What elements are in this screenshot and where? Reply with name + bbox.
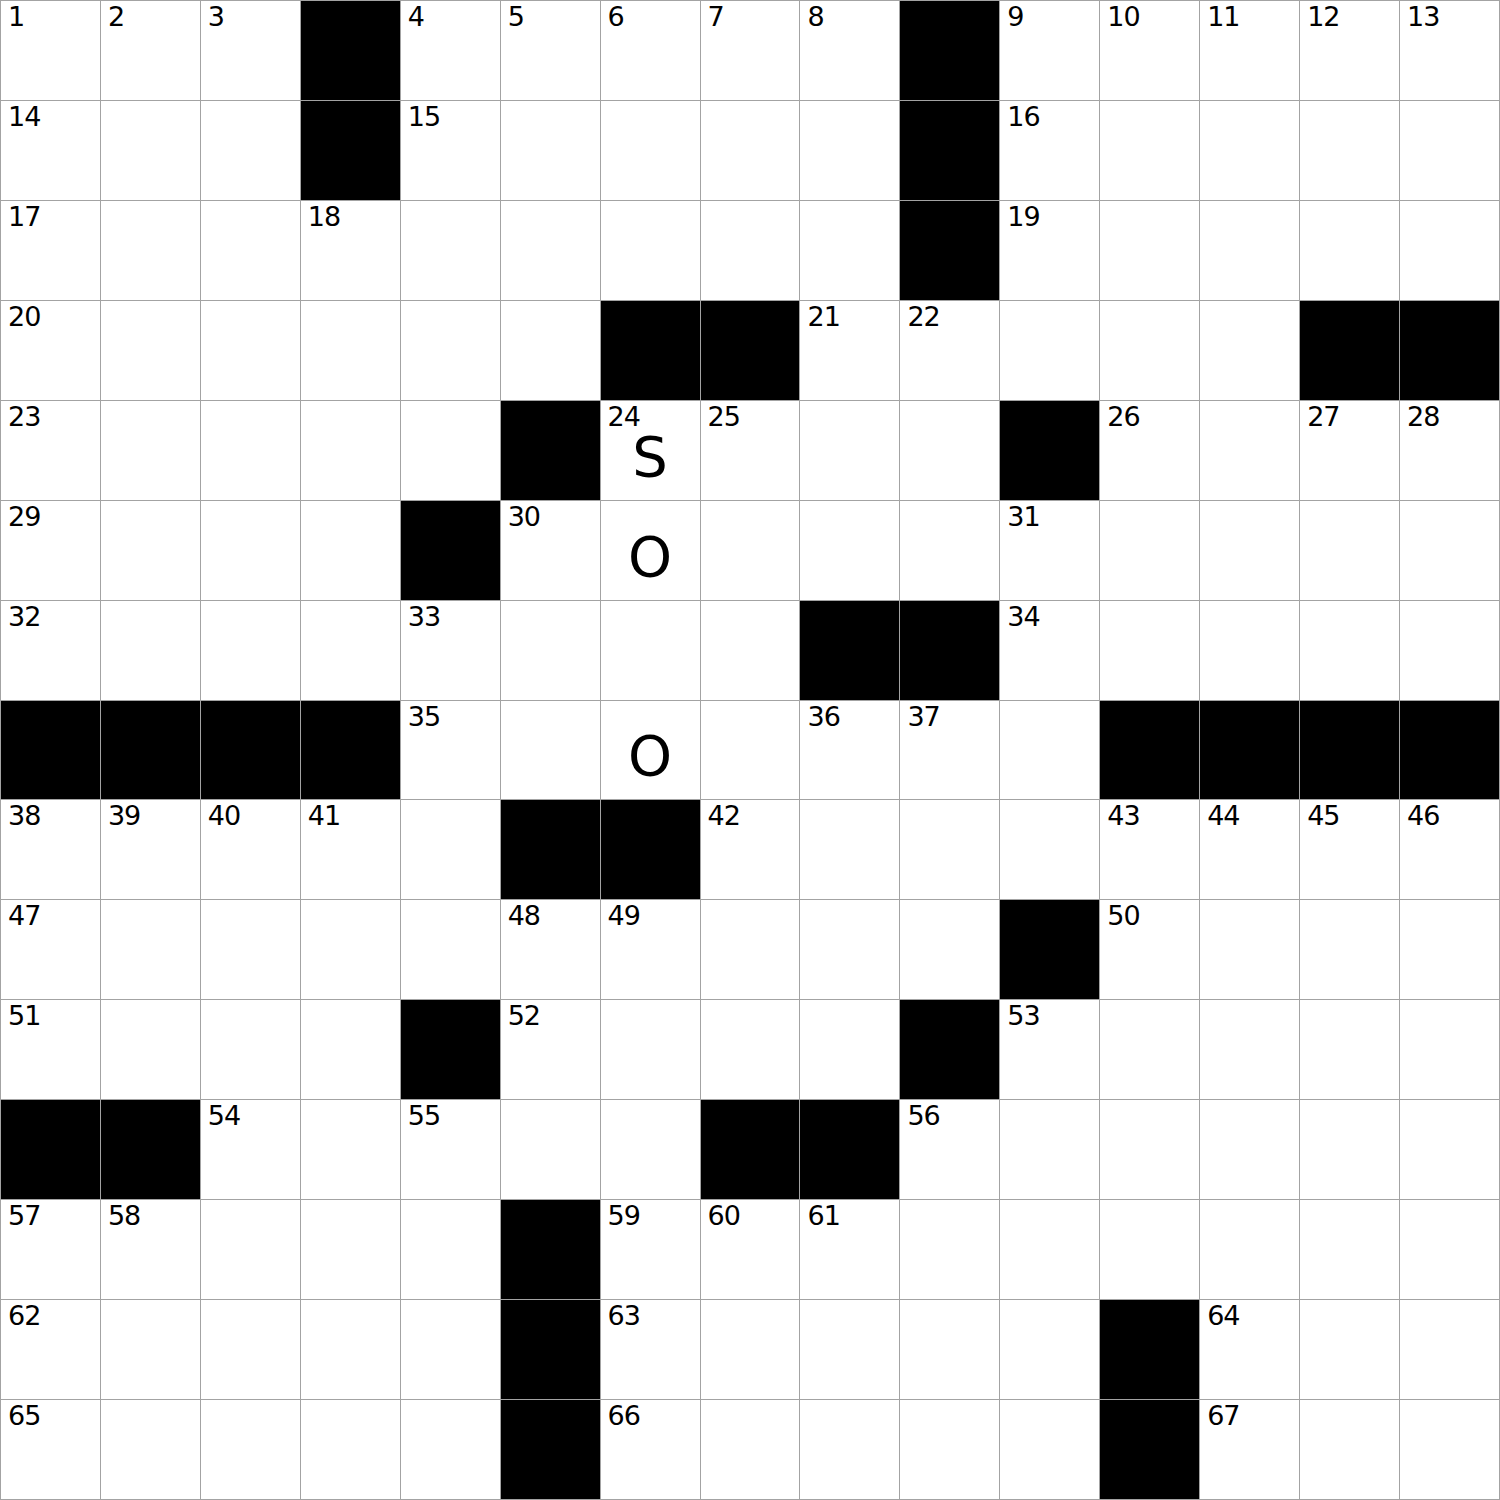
cell-r15c9[interactable] — [800, 1400, 899, 1499]
clue-number-44: 44 — [1207, 801, 1239, 831]
cell-r1c11[interactable]: 9 — [1000, 1, 1099, 100]
cell-r12c12[interactable] — [1100, 1100, 1199, 1199]
cell-r4c12[interactable] — [1100, 301, 1199, 400]
cell-r7c15[interactable] — [1400, 601, 1499, 700]
cell-r1c6[interactable]: 5 — [501, 1, 600, 100]
cell-r6c8[interactable] — [701, 501, 800, 600]
cell-r15c3[interactable] — [201, 1400, 300, 1499]
clue-number-23: 23 — [8, 402, 40, 432]
clue-number-43: 43 — [1107, 801, 1139, 831]
cell-r8c7[interactable]: O — [601, 701, 700, 800]
cell-r11c1[interactable]: 51 — [1, 1000, 100, 1099]
cell-r5c7[interactable]: 24S — [601, 401, 700, 500]
cell-r13c13[interactable] — [1200, 1200, 1299, 1299]
clue-number-65: 65 — [8, 1401, 40, 1431]
cell-r9c12[interactable]: 43 — [1100, 800, 1199, 899]
clue-number-66: 66 — [608, 1401, 640, 1431]
cell-r9c11[interactable] — [1000, 800, 1099, 899]
cell-r4c4[interactable] — [301, 301, 400, 400]
cell-r5c4[interactable] — [301, 401, 400, 500]
cell-r3c3[interactable] — [201, 201, 300, 300]
cell-r15c6-block — [501, 1400, 600, 1499]
clue-number-55: 55 — [408, 1101, 440, 1131]
cell-r6c1[interactable]: 29 — [1, 501, 100, 600]
cell-r3c6[interactable] — [501, 201, 600, 300]
cell-r12c11[interactable] — [1000, 1100, 1099, 1199]
cell-r5c10[interactable] — [900, 401, 999, 500]
cell-r13c5[interactable] — [401, 1200, 500, 1299]
cell-r14c1[interactable]: 62 — [1, 1300, 100, 1399]
cell-r9c7-block — [601, 800, 700, 899]
clue-number-6: 6 — [608, 2, 624, 32]
cell-r9c2[interactable]: 39 — [101, 800, 200, 899]
cell-r12c10[interactable]: 56 — [900, 1100, 999, 1199]
cell-r6c10[interactable] — [900, 501, 999, 600]
cell-r7c7[interactable] — [601, 601, 700, 700]
cell-r1c3[interactable]: 3 — [201, 1, 300, 100]
cell-r14c8[interactable] — [701, 1300, 800, 1399]
cell-r9c1[interactable]: 38 — [1, 800, 100, 899]
clue-number-40: 40 — [208, 801, 240, 831]
cell-r8c15-block — [1400, 701, 1499, 800]
clue-number-15: 15 — [408, 102, 440, 132]
cell-r13c10[interactable] — [900, 1200, 999, 1299]
cell-r2c5[interactable]: 15 — [401, 101, 500, 200]
cell-r10c7[interactable]: 49 — [601, 900, 700, 999]
cell-r4c7-block — [601, 301, 700, 400]
cell-r2c15[interactable] — [1400, 101, 1499, 200]
clue-number-45: 45 — [1307, 801, 1339, 831]
cell-r9c6-block — [501, 800, 600, 899]
cell-r10c15[interactable] — [1400, 900, 1499, 999]
clue-number-20: 20 — [8, 302, 40, 332]
cell-r5c14[interactable]: 27 — [1300, 401, 1399, 500]
cell-r15c13[interactable]: 67 — [1200, 1400, 1299, 1499]
cell-r15c4[interactable] — [301, 1400, 400, 1499]
cell-r2c10-block — [900, 101, 999, 200]
cell-r6c12[interactable] — [1100, 501, 1199, 600]
clue-number-17: 17 — [8, 202, 40, 232]
cell-r6c4[interactable] — [301, 501, 400, 600]
clue-number-48: 48 — [508, 901, 540, 931]
clue-number-58: 58 — [108, 1201, 140, 1231]
clue-number-61: 61 — [807, 1201, 839, 1231]
cell-r12c2-block — [101, 1100, 200, 1199]
cell-r9c15[interactable]: 46 — [1400, 800, 1499, 899]
cell-r7c9-block — [800, 601, 899, 700]
clue-number-36: 36 — [807, 702, 839, 732]
cell-r12c7[interactable] — [601, 1100, 700, 1199]
fill-letter: O — [601, 501, 700, 600]
cell-r13c14[interactable] — [1300, 1200, 1399, 1299]
cell-r12c9-block — [800, 1100, 899, 1199]
cell-r11c14[interactable] — [1300, 1000, 1399, 1099]
cell-r10c4[interactable] — [301, 900, 400, 999]
cell-r4c11[interactable] — [1000, 301, 1099, 400]
cell-r10c6[interactable]: 48 — [501, 900, 600, 999]
cell-r5c3[interactable] — [201, 401, 300, 500]
cell-r11c13[interactable] — [1200, 1000, 1299, 1099]
cell-r4c9[interactable]: 21 — [800, 301, 899, 400]
cell-r13c15[interactable] — [1400, 1200, 1499, 1299]
cell-r15c12-block — [1100, 1400, 1199, 1499]
cell-r6c5-block — [401, 501, 500, 600]
cell-r12c3[interactable]: 54 — [201, 1100, 300, 1199]
cell-r1c8[interactable]: 7 — [701, 1, 800, 100]
clue-number-32: 32 — [8, 602, 40, 632]
cell-r13c1[interactable]: 57 — [1, 1200, 100, 1299]
cell-r14c7[interactable]: 63 — [601, 1300, 700, 1399]
cell-r3c13[interactable] — [1200, 201, 1299, 300]
cell-r8c11[interactable] — [1000, 701, 1099, 800]
cell-r5c15[interactable]: 28 — [1400, 401, 1499, 500]
cell-r1c14[interactable]: 12 — [1300, 1, 1399, 100]
cell-r6c3[interactable] — [201, 501, 300, 600]
clue-number-25: 25 — [708, 402, 740, 432]
cell-r6c9[interactable] — [800, 501, 899, 600]
cell-r13c8[interactable]: 60 — [701, 1200, 800, 1299]
cell-r8c6[interactable] — [501, 701, 600, 800]
cell-r5c11-block — [1000, 401, 1099, 500]
clue-number-62: 62 — [8, 1301, 40, 1331]
cell-r14c15[interactable] — [1400, 1300, 1499, 1399]
cell-r3c5[interactable] — [401, 201, 500, 300]
cell-r3c14[interactable] — [1300, 201, 1399, 300]
clue-number-49: 49 — [608, 901, 640, 931]
cell-r11c10-block — [900, 1000, 999, 1099]
cell-r11c9[interactable] — [800, 1000, 899, 1099]
clue-number-22: 22 — [907, 302, 939, 332]
clue-number-14: 14 — [8, 102, 40, 132]
cell-r14c11[interactable] — [1000, 1300, 1099, 1399]
cell-r11c12[interactable] — [1100, 1000, 1199, 1099]
clue-number-11: 11 — [1207, 2, 1239, 32]
clue-number-46: 46 — [1407, 801, 1439, 831]
cell-r15c1[interactable]: 65 — [1, 1400, 100, 1499]
cell-r13c3[interactable] — [201, 1200, 300, 1299]
cell-r2c1[interactable]: 14 — [1, 101, 100, 200]
cell-r10c1[interactable]: 47 — [1, 900, 100, 999]
cell-r8c10[interactable]: 37 — [900, 701, 999, 800]
clue-number-35: 35 — [408, 702, 440, 732]
cell-r14c14[interactable] — [1300, 1300, 1399, 1399]
clue-number-50: 50 — [1107, 901, 1139, 931]
cell-r15c15[interactable] — [1400, 1400, 1499, 1499]
cell-r12c13[interactable] — [1200, 1100, 1299, 1199]
cell-r9c4[interactable]: 41 — [301, 800, 400, 899]
cell-r13c4[interactable] — [301, 1200, 400, 1299]
cell-r3c12[interactable] — [1100, 201, 1199, 300]
cell-r12c14[interactable] — [1300, 1100, 1399, 1199]
clue-number-29: 29 — [8, 502, 40, 532]
cell-r1c2[interactable]: 2 — [101, 1, 200, 100]
cell-r11c4[interactable] — [301, 1000, 400, 1099]
cell-r15c5[interactable] — [401, 1400, 500, 1499]
cell-r9c3[interactable]: 40 — [201, 800, 300, 899]
cell-r10c13[interactable] — [1200, 900, 1299, 999]
cell-r2c14[interactable] — [1300, 101, 1399, 200]
cell-r12c8-block — [701, 1100, 800, 1199]
clue-number-28: 28 — [1407, 402, 1439, 432]
cell-r2c2[interactable] — [101, 101, 200, 200]
clue-number-38: 38 — [8, 801, 40, 831]
cell-r11c7[interactable] — [601, 1000, 700, 1099]
cell-r5c12[interactable]: 26 — [1100, 401, 1199, 500]
clue-number-7: 7 — [708, 2, 724, 32]
cell-r7c6[interactable] — [501, 601, 600, 700]
cell-r6c14[interactable] — [1300, 501, 1399, 600]
cell-r11c3[interactable] — [201, 1000, 300, 1099]
cell-r4c6[interactable] — [501, 301, 600, 400]
clue-number-63: 63 — [608, 1301, 640, 1331]
cell-r10c3[interactable] — [201, 900, 300, 999]
cell-r3c8[interactable] — [701, 201, 800, 300]
cell-r8c12-block — [1100, 701, 1199, 800]
cell-r7c1[interactable]: 32 — [1, 601, 100, 700]
cell-r6c2[interactable] — [101, 501, 200, 600]
clue-number-21: 21 — [807, 302, 839, 332]
cell-r2c9[interactable] — [800, 101, 899, 200]
clue-number-30: 30 — [508, 502, 540, 532]
clue-number-53: 53 — [1007, 1001, 1039, 1031]
cell-r3c9[interactable] — [800, 201, 899, 300]
cell-r8c1-block — [1, 701, 100, 800]
cell-r11c6[interactable]: 52 — [501, 1000, 600, 1099]
cell-r3c1[interactable]: 17 — [1, 201, 100, 300]
cell-r3c10-block — [900, 201, 999, 300]
clue-number-1: 1 — [8, 2, 24, 32]
cell-r11c5-block — [401, 1000, 500, 1099]
cell-r15c2[interactable] — [101, 1400, 200, 1499]
cell-r8c5[interactable]: 35 — [401, 701, 500, 800]
cell-r3c11[interactable]: 19 — [1000, 201, 1099, 300]
cell-r3c4[interactable]: 18 — [301, 201, 400, 300]
cell-r5c5[interactable] — [401, 401, 500, 500]
cell-r4c3[interactable] — [201, 301, 300, 400]
cell-r7c10-block — [900, 601, 999, 700]
cell-r14c12-block — [1100, 1300, 1199, 1399]
cell-r11c15[interactable] — [1400, 1000, 1499, 1099]
cell-r14c6-block — [501, 1300, 600, 1399]
cell-r2c3[interactable] — [201, 101, 300, 200]
clue-number-2: 2 — [108, 2, 124, 32]
cell-r7c14[interactable] — [1300, 601, 1399, 700]
cell-r10c14[interactable] — [1300, 900, 1399, 999]
clue-number-26: 26 — [1107, 402, 1139, 432]
cell-r9c14[interactable]: 45 — [1300, 800, 1399, 899]
cell-r15c11[interactable] — [1000, 1400, 1099, 1499]
cell-r4c13[interactable] — [1200, 301, 1299, 400]
cell-r1c4-block — [301, 1, 400, 100]
cell-r10c11-block — [1000, 900, 1099, 999]
clue-number-47: 47 — [8, 901, 40, 931]
cell-r10c9[interactable] — [800, 900, 899, 999]
cell-r1c12[interactable]: 10 — [1100, 1, 1199, 100]
clue-number-4: 4 — [408, 2, 424, 32]
cell-r2c6[interactable] — [501, 101, 600, 200]
cell-r13c11[interactable] — [1000, 1200, 1099, 1299]
cell-r5c8[interactable]: 25 — [701, 401, 800, 500]
crossword-grid: 123456789101112131415161718192021222324S… — [0, 0, 1500, 1500]
clue-number-27: 27 — [1307, 402, 1339, 432]
cell-r7c3[interactable] — [201, 601, 300, 700]
cell-r14c2[interactable] — [101, 1300, 200, 1399]
cell-r8c8[interactable] — [701, 701, 800, 800]
cell-r7c5[interactable]: 33 — [401, 601, 500, 700]
cell-r13c9[interactable]: 61 — [800, 1200, 899, 1299]
cell-r14c3[interactable] — [201, 1300, 300, 1399]
clue-number-57: 57 — [8, 1201, 40, 1231]
cell-r5c13[interactable] — [1200, 401, 1299, 500]
clue-number-39: 39 — [108, 801, 140, 831]
cell-r12c15[interactable] — [1400, 1100, 1499, 1199]
cell-r9c8[interactable]: 42 — [701, 800, 800, 899]
cell-r6c11[interactable]: 31 — [1000, 501, 1099, 600]
cell-r4c5[interactable] — [401, 301, 500, 400]
cell-r13c2[interactable]: 58 — [101, 1200, 200, 1299]
clue-number-42: 42 — [708, 801, 740, 831]
cell-r8c13-block — [1200, 701, 1299, 800]
cell-r9c5[interactable] — [401, 800, 500, 899]
cell-r8c4-block — [301, 701, 400, 800]
cell-r4c1[interactable]: 20 — [1, 301, 100, 400]
cell-r14c5[interactable] — [401, 1300, 500, 1399]
cell-r9c10[interactable] — [900, 800, 999, 899]
cell-r1c10-block — [900, 1, 999, 100]
clue-number-33: 33 — [408, 602, 440, 632]
cell-r9c13[interactable]: 44 — [1200, 800, 1299, 899]
cell-r7c12[interactable] — [1100, 601, 1199, 700]
cell-r8c2-block — [101, 701, 200, 800]
cell-r11c2[interactable] — [101, 1000, 200, 1099]
cell-r10c8[interactable] — [701, 900, 800, 999]
cell-r14c10[interactable] — [900, 1300, 999, 1399]
cell-r12c6[interactable] — [501, 1100, 600, 1199]
cell-r1c13[interactable]: 11 — [1200, 1, 1299, 100]
cell-r6c15[interactable] — [1400, 501, 1499, 600]
cell-r2c12[interactable] — [1100, 101, 1199, 200]
clue-number-41: 41 — [308, 801, 340, 831]
clue-number-34: 34 — [1007, 602, 1039, 632]
cell-r6c7[interactable]: O — [601, 501, 700, 600]
cell-r11c11[interactable]: 53 — [1000, 1000, 1099, 1099]
cell-r1c1[interactable]: 1 — [1, 1, 100, 100]
clue-number-18: 18 — [308, 202, 340, 232]
cell-r7c8[interactable] — [701, 601, 800, 700]
cell-r8c3-block — [201, 701, 300, 800]
clue-number-54: 54 — [208, 1101, 240, 1131]
cell-r1c5[interactable]: 4 — [401, 1, 500, 100]
cell-r10c12[interactable]: 50 — [1100, 900, 1199, 999]
cell-r15c8[interactable] — [701, 1400, 800, 1499]
clue-number-51: 51 — [8, 1001, 40, 1031]
cell-r14c4[interactable] — [301, 1300, 400, 1399]
cell-r2c8[interactable] — [701, 101, 800, 200]
fill-letter: S — [601, 401, 700, 500]
cell-r4c2[interactable] — [101, 301, 200, 400]
cell-r5c1[interactable]: 23 — [1, 401, 100, 500]
clue-number-9: 9 — [1007, 2, 1023, 32]
cell-r7c13[interactable] — [1200, 601, 1299, 700]
cell-r15c7[interactable]: 66 — [601, 1400, 700, 1499]
clue-number-52: 52 — [508, 1001, 540, 1031]
cell-r9c9[interactable] — [800, 800, 899, 899]
clue-number-12: 12 — [1307, 2, 1339, 32]
cell-r8c14-block — [1300, 701, 1399, 800]
clue-number-67: 67 — [1207, 1401, 1239, 1431]
cell-r10c10[interactable] — [900, 900, 999, 999]
fill-letter: O — [601, 701, 700, 800]
clue-number-10: 10 — [1107, 2, 1139, 32]
cell-r4c14-block — [1300, 301, 1399, 400]
cell-r2c7[interactable] — [601, 101, 700, 200]
cell-r10c2[interactable] — [101, 900, 200, 999]
cell-r7c4[interactable] — [301, 601, 400, 700]
clue-number-56: 56 — [907, 1101, 939, 1131]
clue-number-13: 13 — [1407, 2, 1439, 32]
cell-r1c7[interactable]: 6 — [601, 1, 700, 100]
cell-r8c9[interactable]: 36 — [800, 701, 899, 800]
cell-r15c14[interactable] — [1300, 1400, 1399, 1499]
cell-r2c11[interactable]: 16 — [1000, 101, 1099, 200]
cell-r13c6-block — [501, 1200, 600, 1299]
cell-r14c9[interactable] — [800, 1300, 899, 1399]
clue-number-64: 64 — [1207, 1301, 1239, 1331]
clue-number-8: 8 — [807, 2, 823, 32]
cell-r7c2[interactable] — [101, 601, 200, 700]
cell-r5c2[interactable] — [101, 401, 200, 500]
cell-r3c7[interactable] — [601, 201, 700, 300]
clue-number-37: 37 — [907, 702, 939, 732]
cell-r13c7[interactable]: 59 — [601, 1200, 700, 1299]
cell-r11c8[interactable] — [701, 1000, 800, 1099]
cell-r14c13[interactable]: 64 — [1200, 1300, 1299, 1399]
cell-r15c10[interactable] — [900, 1400, 999, 1499]
cell-r5c6-block — [501, 401, 600, 500]
cell-r3c2[interactable] — [101, 201, 200, 300]
cell-r12c1-block — [1, 1100, 100, 1199]
clue-number-3: 3 — [208, 2, 224, 32]
cell-r5c9[interactable] — [800, 401, 899, 500]
clue-number-16: 16 — [1007, 102, 1039, 132]
clue-number-60: 60 — [708, 1201, 740, 1231]
cell-r2c4-block — [301, 101, 400, 200]
clue-number-31: 31 — [1007, 502, 1039, 532]
cell-r3c15[interactable] — [1400, 201, 1499, 300]
cell-r12c4[interactable] — [301, 1100, 400, 1199]
clue-number-5: 5 — [508, 2, 524, 32]
cell-r1c9[interactable]: 8 — [800, 1, 899, 100]
cell-r4c8-block — [701, 301, 800, 400]
cell-r1c15[interactable]: 13 — [1400, 1, 1499, 100]
cell-r6c6[interactable]: 30 — [501, 501, 600, 600]
cell-r13c12[interactable] — [1100, 1200, 1199, 1299]
cell-r12c5[interactable]: 55 — [401, 1100, 500, 1199]
cell-r10c5[interactable] — [401, 900, 500, 999]
cell-r4c15-block — [1400, 301, 1499, 400]
cell-r4c10[interactable]: 22 — [900, 301, 999, 400]
clue-number-19: 19 — [1007, 202, 1039, 232]
cell-r2c13[interactable] — [1200, 101, 1299, 200]
clue-number-59: 59 — [608, 1201, 640, 1231]
cell-r6c13[interactable] — [1200, 501, 1299, 600]
cell-r7c11[interactable]: 34 — [1000, 601, 1099, 700]
